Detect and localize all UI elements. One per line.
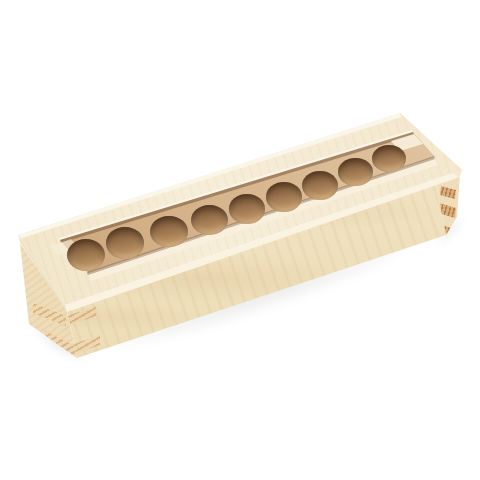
hole-3: [150, 216, 188, 247]
product-photo-scene: [0, 0, 480, 480]
hole-5: [229, 194, 266, 224]
hole-4: [191, 205, 228, 236]
hole-6: [266, 182, 302, 212]
hole-1: [67, 239, 105, 271]
hole-2: [106, 227, 144, 259]
hole-9: [372, 145, 407, 172]
hole-8: [338, 158, 373, 186]
hole-7: [302, 171, 338, 200]
wooden-box: [0, 0, 480, 480]
